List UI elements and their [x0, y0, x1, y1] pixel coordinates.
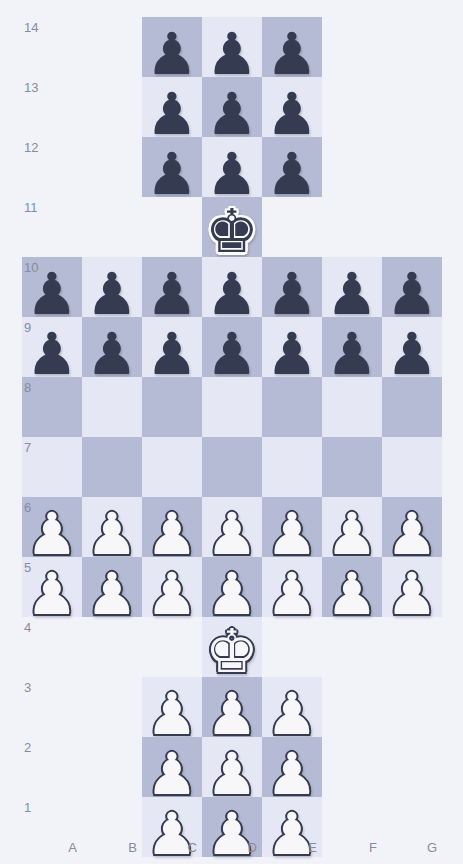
square-C14[interactable]: ♟: [142, 17, 202, 77]
rank-label-13: 13: [24, 81, 38, 94]
black-pawn[interactable]: ♟: [262, 145, 322, 203]
white-pawn[interactable]: ♟: [382, 565, 442, 623]
black-pawn[interactable]: ♟: [262, 325, 322, 383]
square-E9[interactable]: ♟: [262, 317, 322, 377]
rank-label-5: 5: [24, 561, 31, 574]
square-F8[interactable]: [322, 377, 382, 437]
white-pawn[interactable]: ♟: [382, 505, 442, 563]
white-pawn[interactable]: ♟: [142, 745, 202, 803]
square-G6[interactable]: ♟: [382, 497, 442, 557]
square-E12[interactable]: ♟: [262, 137, 322, 197]
square-D8[interactable]: [202, 377, 262, 437]
file-label-E: E: [262, 841, 322, 854]
square-E6[interactable]: ♟: [262, 497, 322, 557]
square-C13[interactable]: ♟: [142, 77, 202, 137]
square-D2[interactable]: ♟: [202, 737, 262, 797]
square-D3[interactable]: ♟: [202, 677, 262, 737]
file-label-A: A: [22, 841, 82, 854]
rank-label-6: 6: [24, 501, 31, 514]
rank-label-12: 12: [24, 141, 38, 154]
black-pawn[interactable]: ♟: [142, 325, 202, 383]
rank-label-9: 9: [24, 321, 31, 334]
white-pawn[interactable]: ♟: [202, 685, 262, 743]
black-pawn[interactable]: ♟: [82, 325, 142, 383]
black-pawn[interactable]: ♟: [202, 265, 262, 323]
rank-label-7: 7: [24, 441, 31, 454]
white-pawn[interactable]: ♟: [82, 565, 142, 623]
square-D14[interactable]: ♟: [202, 17, 262, 77]
black-pawn[interactable]: ♟: [142, 25, 202, 83]
file-label-G: G: [382, 841, 442, 854]
black-pawn[interactable]: ♟: [382, 325, 442, 383]
square-D11[interactable]: ♚: [202, 197, 262, 257]
square-E14[interactable]: ♟: [262, 17, 322, 77]
square-C2[interactable]: ♟: [142, 737, 202, 797]
square-C10[interactable]: ♟: [142, 257, 202, 317]
white-pawn[interactable]: ♟: [202, 745, 262, 803]
white-pawn[interactable]: ♟: [142, 685, 202, 743]
white-pawn[interactable]: ♟: [142, 565, 202, 623]
page-background: ♟♟♟♟♟♟♟♟♟♚♟♟♟♟♟♟♟♟♟♟♟♟♟♟♟♟♟♟♟♟♟♟♟♟♟♟♟♟♚♟…: [0, 0, 463, 864]
square-E10[interactable]: ♟: [262, 257, 322, 317]
square-C3[interactable]: ♟: [142, 677, 202, 737]
square-B6[interactable]: ♟: [82, 497, 142, 557]
square-D5[interactable]: ♟: [202, 557, 262, 617]
black-pawn[interactable]: ♟: [82, 265, 142, 323]
white-pawn[interactable]: ♟: [262, 565, 322, 623]
square-D10[interactable]: ♟: [202, 257, 262, 317]
black-pawn[interactable]: ♟: [262, 85, 322, 143]
square-C7[interactable]: [142, 437, 202, 497]
square-D7[interactable]: [202, 437, 262, 497]
square-C8[interactable]: [142, 377, 202, 437]
file-label-C: C: [142, 841, 202, 854]
square-G9[interactable]: ♟: [382, 317, 442, 377]
rank-label-1: 1: [24, 801, 31, 814]
square-C5[interactable]: ♟: [142, 557, 202, 617]
square-G8[interactable]: [382, 377, 442, 437]
black-pawn[interactable]: ♟: [382, 265, 442, 323]
white-pawn[interactable]: ♟: [82, 505, 142, 563]
white-pawn[interactable]: ♟: [322, 505, 382, 563]
square-B7[interactable]: [82, 437, 142, 497]
board: ♟♟♟♟♟♟♟♟♟♚♟♟♟♟♟♟♟♟♟♟♟♟♟♟♟♟♟♟♟♟♟♟♟♟♟♟♟♟♚♟…: [22, 17, 442, 857]
square-D12[interactable]: ♟: [202, 137, 262, 197]
white-king[interactable]: ♚: [202, 621, 262, 681]
square-D13[interactable]: ♟: [202, 77, 262, 137]
square-D9[interactable]: ♟: [202, 317, 262, 377]
black-pawn[interactable]: ♟: [142, 145, 202, 203]
black-pawn[interactable]: ♟: [202, 25, 262, 83]
square-E2[interactable]: ♟: [262, 737, 322, 797]
square-F10[interactable]: ♟: [322, 257, 382, 317]
rank-label-11: 11: [24, 201, 38, 214]
black-pawn[interactable]: ♟: [202, 145, 262, 203]
black-pawn[interactable]: ♟: [322, 265, 382, 323]
file-label-F: F: [322, 841, 382, 854]
white-pawn[interactable]: ♟: [202, 505, 262, 563]
black-pawn[interactable]: ♟: [262, 25, 322, 83]
file-label-D: D: [202, 841, 262, 854]
square-F6[interactable]: ♟: [322, 497, 382, 557]
rank-label-10: 10: [24, 261, 38, 274]
square-G5[interactable]: ♟: [382, 557, 442, 617]
square-B5[interactable]: ♟: [82, 557, 142, 617]
white-pawn[interactable]: ♟: [262, 685, 322, 743]
file-label-B: B: [82, 841, 142, 854]
square-B10[interactable]: ♟: [82, 257, 142, 317]
square-E7[interactable]: [262, 437, 322, 497]
black-king[interactable]: ♚: [202, 201, 262, 261]
square-B8[interactable]: [82, 377, 142, 437]
black-pawn[interactable]: ♟: [142, 265, 202, 323]
square-B9[interactable]: ♟: [82, 317, 142, 377]
square-F7[interactable]: [322, 437, 382, 497]
square-C6[interactable]: ♟: [142, 497, 202, 557]
square-E3[interactable]: ♟: [262, 677, 322, 737]
square-G7[interactable]: [382, 437, 442, 497]
square-C9[interactable]: ♟: [142, 317, 202, 377]
square-E8[interactable]: [262, 377, 322, 437]
square-G10[interactable]: ♟: [382, 257, 442, 317]
black-pawn[interactable]: ♟: [202, 325, 262, 383]
square-D4[interactable]: ♚: [202, 617, 262, 677]
square-C12[interactable]: ♟: [142, 137, 202, 197]
square-F5[interactable]: ♟: [322, 557, 382, 617]
white-pawn[interactable]: ♟: [262, 745, 322, 803]
square-E13[interactable]: ♟: [262, 77, 322, 137]
square-D6[interactable]: ♟: [202, 497, 262, 557]
black-pawn[interactable]: ♟: [322, 325, 382, 383]
rank-label-3: 3: [24, 681, 31, 694]
black-pawn[interactable]: ♟: [262, 265, 322, 323]
white-pawn[interactable]: ♟: [142, 505, 202, 563]
white-pawn[interactable]: ♟: [202, 565, 262, 623]
rank-label-2: 2: [24, 741, 31, 754]
rank-label-4: 4: [24, 621, 31, 634]
black-pawn[interactable]: ♟: [142, 85, 202, 143]
square-E5[interactable]: ♟: [262, 557, 322, 617]
square-F9[interactable]: ♟: [322, 317, 382, 377]
rank-label-8: 8: [24, 381, 31, 394]
black-pawn[interactable]: ♟: [202, 85, 262, 143]
rank-label-14: 14: [24, 21, 38, 34]
white-pawn[interactable]: ♟: [262, 505, 322, 563]
white-pawn[interactable]: ♟: [322, 565, 382, 623]
